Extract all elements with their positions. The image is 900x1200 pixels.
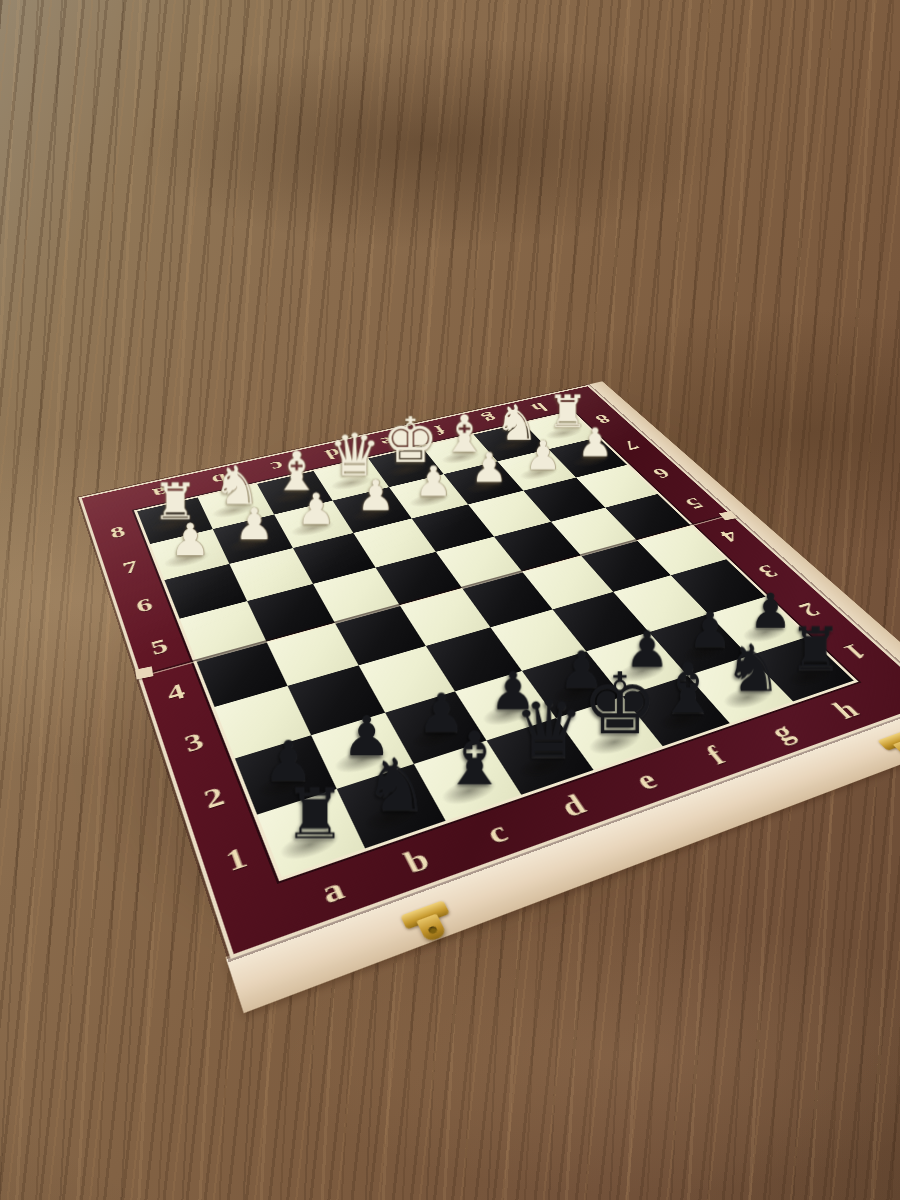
black-queen-glyph: ♛ xyxy=(513,691,584,770)
gold-latch-icon xyxy=(875,728,900,768)
wooden-table-background: aabbccddeeffgghh1122334455667788 ♜♞♝♛♚♝♞… xyxy=(0,0,900,1200)
rank-label-left-8: 8 xyxy=(108,522,128,542)
rank-label-left-4: 4 xyxy=(163,678,188,706)
black-bishop-glyph: ♝ xyxy=(657,654,719,723)
square-b4[interactable] xyxy=(267,623,359,686)
rank-label-right-4: 4 xyxy=(715,526,745,546)
rank-label-right-1: 1 xyxy=(837,639,874,665)
rank-label-right-7: 7 xyxy=(619,437,645,453)
file-label-near-g: g xyxy=(763,717,801,748)
rank-label-right-6: 6 xyxy=(648,465,675,482)
rank-label-left-6: 6 xyxy=(133,593,156,617)
square-c4[interactable] xyxy=(334,605,425,666)
file-label-near-a: a xyxy=(316,870,350,911)
black-pawn-glyph: ♟ xyxy=(749,587,792,635)
rank-label-left-1: 1 xyxy=(221,840,252,879)
rank-label-right-3: 3 xyxy=(752,561,784,583)
black-rook-glyph: ♜ xyxy=(283,780,346,850)
rank-label-left-7: 7 xyxy=(120,556,141,578)
square-a5[interactable] xyxy=(180,601,267,661)
gold-latch-icon xyxy=(398,899,464,953)
square-a4[interactable] xyxy=(196,642,288,708)
file-label-near-b: b xyxy=(398,841,435,881)
file-label-near-d: d xyxy=(554,788,592,824)
black-bishop-glyph: ♝ xyxy=(441,721,507,795)
black-king-glyph: ♚ xyxy=(582,661,658,746)
rank-label-left-5: 5 xyxy=(147,634,171,660)
file-label-near-f: f xyxy=(699,740,732,770)
black-knight-glyph: ♞ xyxy=(724,636,783,701)
black-knight-glyph: ♞ xyxy=(364,749,430,822)
square-d4[interactable] xyxy=(399,588,490,646)
rank-label-left-3: 3 xyxy=(181,727,208,758)
file-label-near-e: e xyxy=(628,763,663,796)
file-label-near-c: c xyxy=(480,814,514,850)
seam-notch-left xyxy=(135,666,153,679)
black-rook-glyph: ♜ xyxy=(789,620,842,680)
rank-label-left-2: 2 xyxy=(200,780,229,815)
rank-label-right-5: 5 xyxy=(680,494,709,513)
file-label-near-h: h xyxy=(825,695,865,725)
